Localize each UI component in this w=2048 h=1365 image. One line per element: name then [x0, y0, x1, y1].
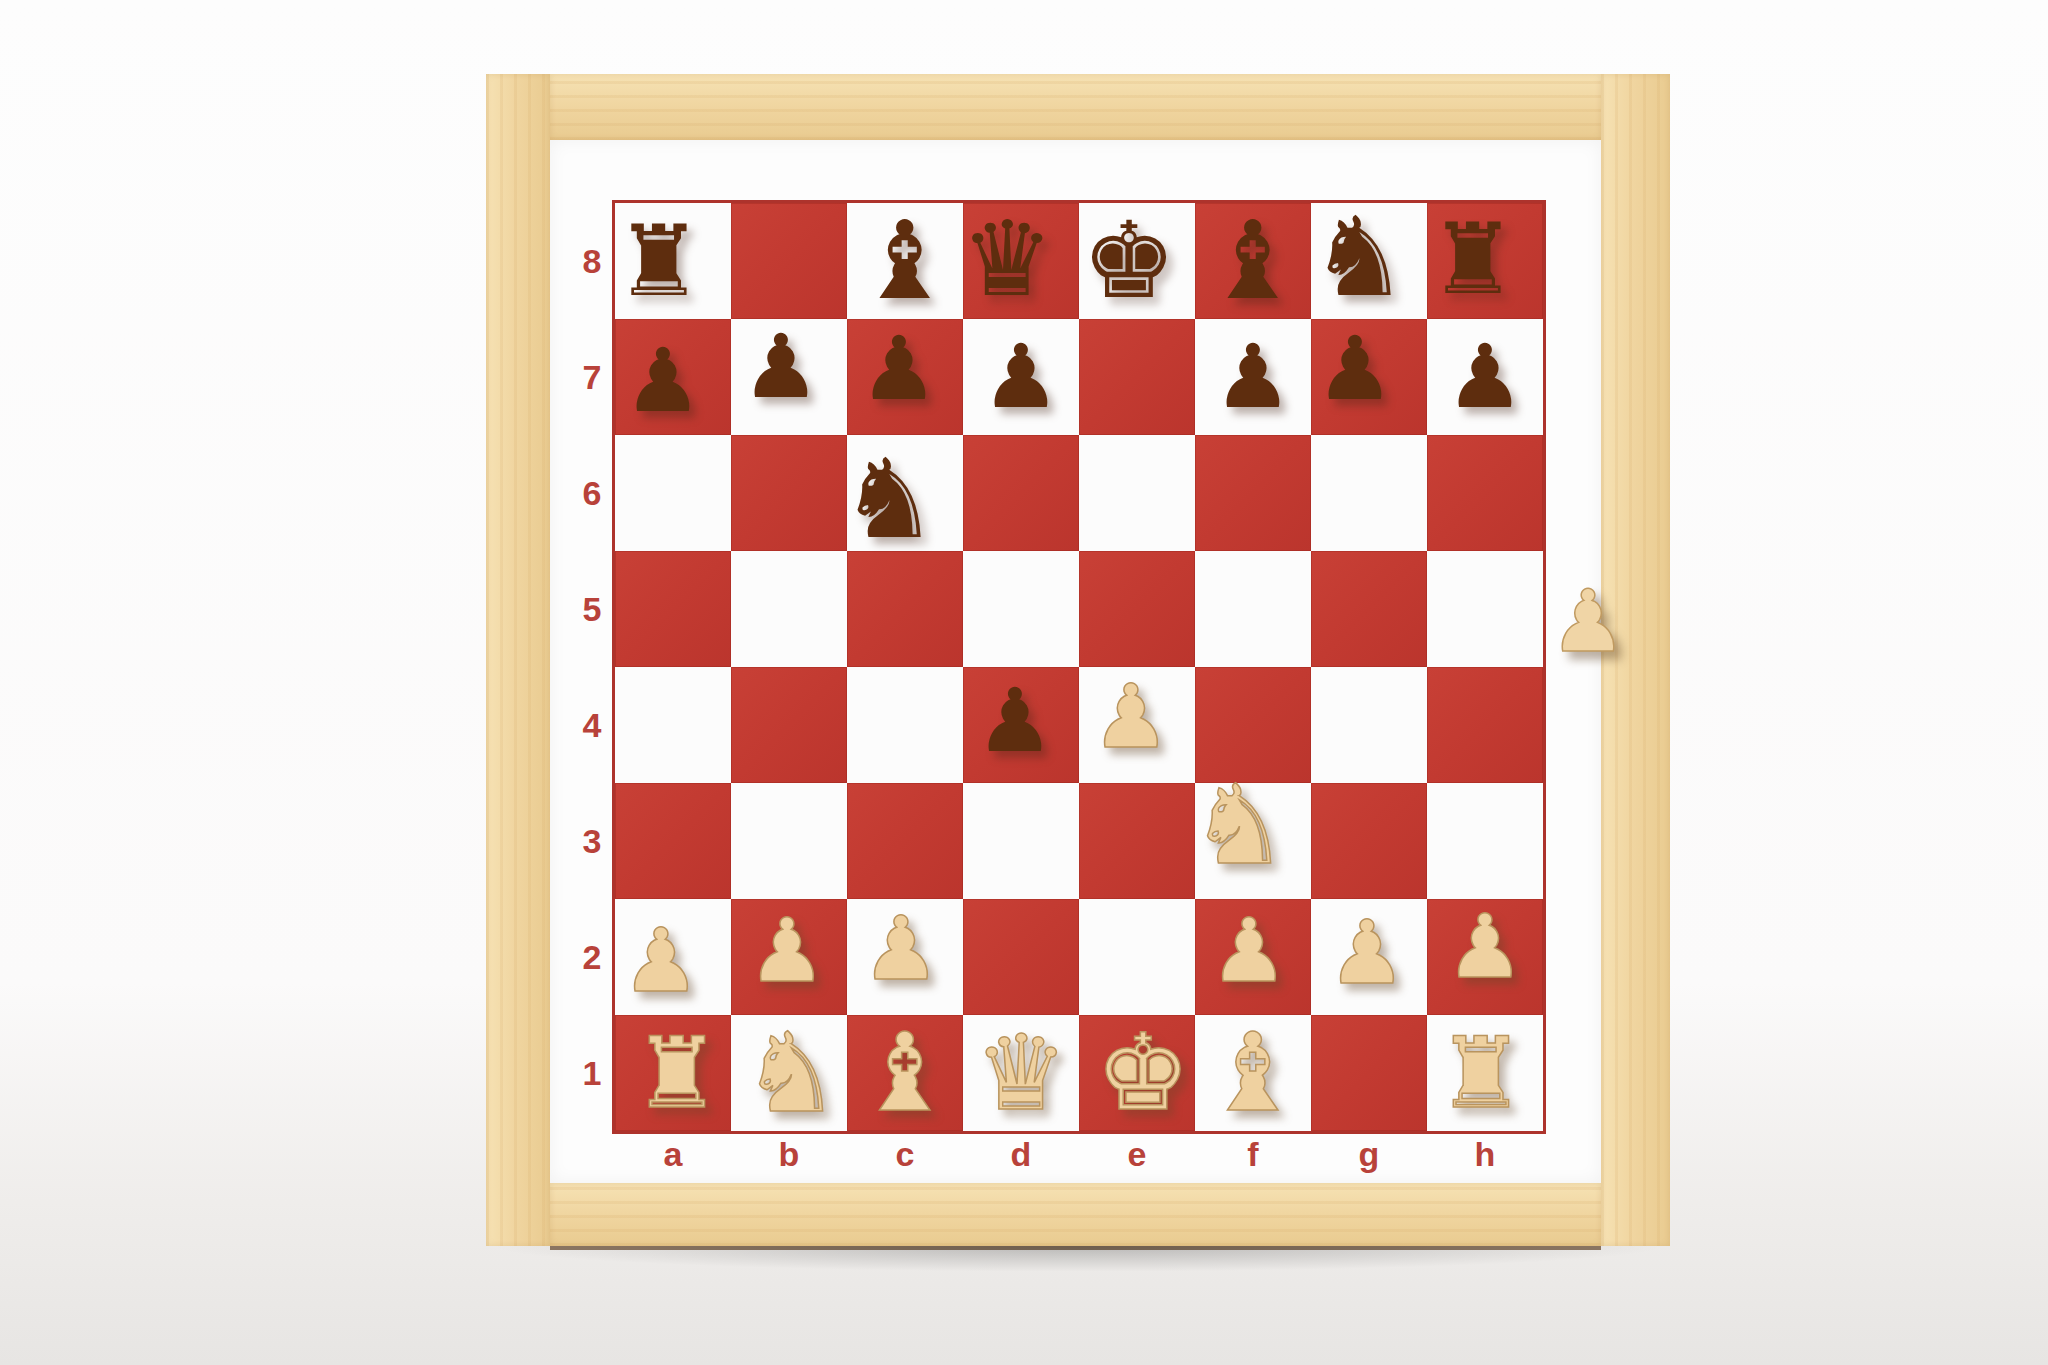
square-c6[interactable]: ♞ — [847, 435, 963, 551]
square-e5[interactable] — [1079, 551, 1195, 667]
square-h2[interactable]: ♟ — [1427, 899, 1543, 1015]
white-knight[interactable]: ♞ — [742, 1018, 841, 1128]
white-knight[interactable]: ♞ — [1190, 770, 1289, 880]
square-b8[interactable] — [731, 203, 847, 319]
square-c3[interactable] — [847, 783, 963, 899]
square-e4[interactable]: ♟ — [1079, 667, 1195, 783]
square-b5[interactable] — [731, 551, 847, 667]
square-a8[interactable]: ♜ — [615, 203, 731, 319]
square-a5[interactable] — [615, 551, 731, 667]
white-pawn[interactable]: ♟ — [748, 907, 827, 995]
square-d4[interactable]: ♟ — [963, 667, 1079, 783]
square-c7[interactable]: ♟ — [847, 319, 963, 435]
black-pawn[interactable]: ♟ — [976, 677, 1055, 765]
square-b6[interactable] — [731, 435, 847, 551]
square-h6[interactable] — [1427, 435, 1543, 551]
file-label-g: g — [1345, 1134, 1393, 1174]
square-d3[interactable] — [963, 783, 1079, 899]
file-label-e: e — [1113, 1134, 1161, 1174]
square-e3[interactable] — [1079, 783, 1195, 899]
square-g8[interactable]: ♞ — [1311, 203, 1427, 319]
square-a2[interactable]: ♟ — [615, 899, 731, 1015]
square-c8[interactable]: ♝ — [847, 203, 963, 319]
rank-label-4: 4 — [568, 705, 616, 745]
black-pawn[interactable]: ♟ — [1316, 325, 1395, 413]
white-rook[interactable]: ♜ — [1437, 1024, 1525, 1122]
square-b3[interactable] — [731, 783, 847, 899]
black-knight[interactable]: ♞ — [840, 444, 939, 554]
square-b1[interactable]: ♞ — [731, 1015, 847, 1131]
square-f6[interactable] — [1195, 435, 1311, 551]
file-label-f: f — [1229, 1134, 1277, 1174]
square-a6[interactable] — [615, 435, 731, 551]
white-pawn[interactable]: ♟ — [622, 917, 701, 1005]
square-d2[interactable] — [963, 899, 1079, 1015]
square-b2[interactable]: ♟ — [731, 899, 847, 1015]
square-e1[interactable]: ♚ — [1079, 1015, 1195, 1131]
captured-white-pawn[interactable]: ♟ — [1545, 578, 1631, 664]
square-c5[interactable] — [847, 551, 963, 667]
white-queen[interactable]: ♛ — [974, 1021, 1067, 1125]
rank-label-8: 8 — [568, 241, 616, 281]
file-label-b: b — [765, 1134, 813, 1174]
file-label-d: d — [997, 1134, 1045, 1174]
white-king[interactable]: ♚ — [1095, 1020, 1190, 1126]
black-pawn[interactable]: ♟ — [624, 337, 703, 425]
square-e6[interactable] — [1079, 435, 1195, 551]
frame-top-bar — [550, 74, 1601, 143]
square-d5[interactable] — [963, 551, 1079, 667]
square-f5[interactable] — [1195, 551, 1311, 667]
frame-floor-shadow — [486, 1246, 1670, 1272]
square-b4[interactable] — [731, 667, 847, 783]
black-bishop[interactable]: ♝ — [1205, 207, 1302, 315]
rank-label-7: 7 — [568, 357, 616, 397]
square-h1[interactable]: ♜ — [1427, 1015, 1543, 1131]
square-e2[interactable] — [1079, 899, 1195, 1015]
square-h8[interactable]: ♜ — [1427, 203, 1543, 319]
square-c2[interactable]: ♟ — [847, 899, 963, 1015]
frame-left-bar — [486, 74, 550, 1246]
square-c4[interactable] — [847, 667, 963, 783]
chess-board: ♜♝♛♚♝♞♜♟♟♟♟♟♟♟♞♟♟♞♟♟♟♟♟♟♜♞♝♛♚♝♜ — [612, 200, 1546, 1134]
file-label-h: h — [1461, 1134, 1509, 1174]
white-bishop[interactable]: ♝ — [1205, 1019, 1302, 1127]
square-c1[interactable]: ♝ — [847, 1015, 963, 1131]
black-pawn[interactable]: ♟ — [1446, 333, 1525, 421]
square-g5[interactable] — [1311, 551, 1427, 667]
black-rook[interactable]: ♜ — [1429, 210, 1517, 308]
square-f7[interactable]: ♟ — [1195, 319, 1311, 435]
square-d6[interactable] — [963, 435, 1079, 551]
rank-label-6: 6 — [568, 473, 616, 513]
white-pawn[interactable]: ♟ — [1092, 673, 1171, 761]
square-g1[interactable] — [1311, 1015, 1427, 1131]
file-label-c: c — [881, 1134, 929, 1174]
square-a7[interactable]: ♟ — [615, 319, 731, 435]
square-b7[interactable]: ♟ — [731, 319, 847, 435]
black-king[interactable]: ♚ — [1081, 208, 1176, 314]
rank-label-2: 2 — [568, 937, 616, 977]
white-bishop[interactable]: ♝ — [857, 1019, 954, 1127]
white-pawn[interactable]: ♟ — [1446, 903, 1525, 991]
square-g3[interactable] — [1311, 783, 1427, 899]
square-g4[interactable] — [1311, 667, 1427, 783]
square-e7[interactable] — [1079, 319, 1195, 435]
black-knight[interactable]: ♞ — [1310, 202, 1409, 312]
square-f3[interactable]: ♞ — [1195, 783, 1311, 899]
white-rook[interactable]: ♜ — [633, 1024, 721, 1122]
square-f2[interactable]: ♟ — [1195, 899, 1311, 1015]
black-queen[interactable]: ♛ — [960, 207, 1053, 311]
square-a1[interactable]: ♜ — [615, 1015, 731, 1131]
square-h7[interactable]: ♟ — [1427, 319, 1543, 435]
black-pawn[interactable]: ♟ — [742, 323, 821, 411]
white-pawn[interactable]: ♟ — [1210, 907, 1289, 995]
white-pawn[interactable]: ♟ — [862, 905, 941, 993]
square-h5[interactable] — [1427, 551, 1543, 667]
file-label-a: a — [649, 1134, 697, 1174]
square-g6[interactable] — [1311, 435, 1427, 551]
square-g7[interactable]: ♟ — [1311, 319, 1427, 435]
square-h3[interactable] — [1427, 783, 1543, 899]
square-f8[interactable]: ♝ — [1195, 203, 1311, 319]
black-bishop[interactable]: ♝ — [857, 207, 954, 315]
square-a3[interactable] — [615, 783, 731, 899]
black-pawn[interactable]: ♟ — [1214, 333, 1293, 421]
rank-label-5: 5 — [568, 589, 616, 629]
square-h4[interactable] — [1427, 667, 1543, 783]
square-f1[interactable]: ♝ — [1195, 1015, 1311, 1131]
rank-label-3: 3 — [568, 821, 616, 861]
rank-label-1: 1 — [568, 1053, 616, 1093]
square-g2[interactable]: ♟ — [1311, 899, 1427, 1015]
white-pawn[interactable]: ♟ — [1328, 909, 1407, 997]
black-pawn[interactable]: ♟ — [982, 333, 1061, 421]
black-rook[interactable]: ♜ — [615, 212, 703, 310]
square-d7[interactable]: ♟ — [963, 319, 1079, 435]
square-d1[interactable]: ♛ — [963, 1015, 1079, 1131]
square-e8[interactable]: ♚ — [1079, 203, 1195, 319]
square-a4[interactable] — [615, 667, 731, 783]
black-pawn[interactable]: ♟ — [860, 325, 939, 413]
frame-bottom-bar — [550, 1183, 1601, 1250]
square-d8[interactable]: ♛ — [963, 203, 1079, 319]
